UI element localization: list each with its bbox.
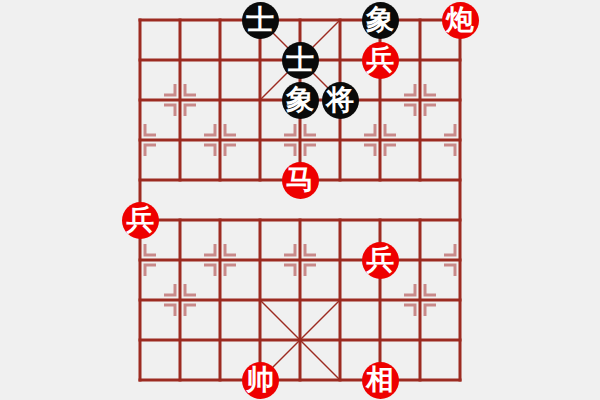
red-soldier-piece[interactable]: 兵 bbox=[362, 42, 399, 79]
xiangqi-app: 士象炮士兵象将马兵兵帅相 bbox=[0, 0, 600, 400]
red-soldier-piece[interactable]: 兵 bbox=[362, 242, 399, 279]
black-advisor-piece[interactable]: 士 bbox=[282, 42, 319, 79]
red-cannon-piece[interactable]: 炮 bbox=[442, 2, 479, 39]
red-general-piece[interactable]: 帅 bbox=[242, 362, 279, 399]
red-elephant-piece[interactable]: 相 bbox=[362, 362, 399, 399]
red-horse-piece[interactable]: 马 bbox=[282, 162, 319, 199]
black-elephant-piece[interactable]: 象 bbox=[362, 2, 399, 39]
pieces-layer: 士象炮士兵象将马兵兵帅相 bbox=[120, 0, 480, 400]
red-soldier-piece[interactable]: 兵 bbox=[122, 202, 159, 239]
black-elephant-piece[interactable]: 象 bbox=[282, 82, 319, 119]
black-advisor-piece[interactable]: 士 bbox=[242, 2, 279, 39]
black-general-piece[interactable]: 将 bbox=[322, 82, 359, 119]
